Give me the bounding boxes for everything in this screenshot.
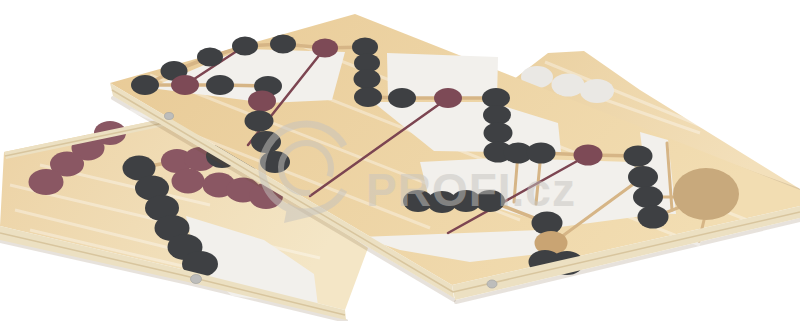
track-dot-black (628, 166, 658, 188)
start-dot-white (580, 79, 614, 103)
track-dot-maroon (29, 169, 64, 195)
track-dot-black (206, 75, 234, 95)
goal-circle (673, 168, 739, 220)
track-dot-black (354, 87, 382, 107)
magnet-dot (487, 280, 497, 288)
track-dot-black (483, 105, 511, 125)
track-dot-black (484, 123, 513, 144)
track-dot-maroon (248, 91, 276, 112)
boards-photo: PROFI.cz (0, 0, 800, 321)
track-dot-maroon (434, 88, 462, 108)
track-dot-black (245, 111, 274, 132)
track-dot-maroon (312, 39, 338, 58)
track-dot-black (270, 35, 296, 54)
track-dot-maroon (172, 169, 205, 194)
track-dot-black (638, 206, 669, 229)
track-dot-black (388, 88, 416, 108)
product-photo-scene: PROFI.cz (0, 0, 800, 321)
track-dot-maroon (574, 145, 603, 166)
track-dot-maroon (171, 75, 199, 95)
track-dot-black (482, 88, 510, 108)
magnet-dot (165, 113, 174, 120)
track-dot-black (527, 143, 556, 164)
track-dot-black (624, 146, 653, 167)
track-line (368, 97, 496, 98)
magnet-dot (191, 275, 202, 284)
track-dot-black (232, 37, 258, 56)
track-dot-black (131, 75, 159, 95)
track-dot-black (354, 69, 381, 89)
start-dot-white (552, 74, 585, 97)
watermark-text: PROFI.cz (366, 164, 576, 216)
track-dot-black (197, 48, 223, 67)
track-dot-black (633, 186, 663, 208)
